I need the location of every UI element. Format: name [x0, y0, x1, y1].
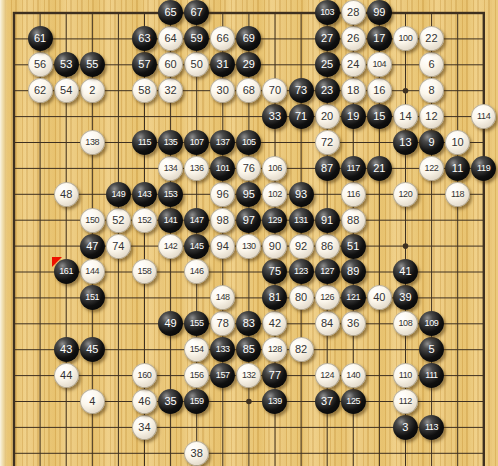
stone-number: 71: [295, 111, 307, 122]
stone-number: 50: [191, 59, 203, 70]
stone-number: 99: [373, 7, 385, 18]
stone-number: 109: [425, 319, 439, 328]
stone-number: 113: [425, 423, 438, 432]
stone-106: 106: [262, 156, 287, 181]
stone-number: 122: [425, 164, 439, 173]
stone-149: 149: [106, 182, 131, 207]
stone-number: 19: [347, 111, 359, 122]
stone-number: 146: [190, 267, 204, 276]
stone-71: 71: [289, 104, 314, 129]
stone-74: 74: [106, 234, 131, 259]
stone-number: 61: [34, 33, 46, 44]
stone-67: 67: [184, 0, 209, 25]
stone-number: 28: [347, 7, 359, 18]
stone-number: 39: [399, 292, 411, 303]
stone-57: 57: [132, 52, 157, 77]
stone-number: 161: [59, 267, 73, 276]
stone-number: 77: [269, 370, 281, 381]
stone-number: 152: [138, 216, 152, 225]
stone-107: 107: [184, 130, 209, 155]
stone-126: 126: [315, 285, 340, 310]
stone-119: 119: [471, 156, 496, 181]
stone-number: 123: [294, 267, 308, 276]
stone-number: 13: [399, 137, 411, 148]
stone-86: 86: [315, 234, 340, 259]
stone-62: 62: [28, 78, 53, 103]
stone-number: 136: [190, 164, 204, 173]
stone-number: 58: [138, 85, 150, 96]
stone-number: 6: [428, 59, 434, 70]
stone-number: 156: [190, 371, 204, 380]
stone-number: 91: [321, 215, 333, 226]
stone-number: 143: [138, 190, 152, 199]
stone-number: 110: [399, 371, 412, 380]
stone-42: 42: [262, 311, 287, 336]
stone-125: 125: [341, 389, 366, 414]
stone-58: 58: [132, 78, 157, 103]
stone-number: 72: [321, 137, 333, 148]
stone-number: 145: [190, 242, 204, 251]
stone-22: 22: [419, 26, 444, 51]
stone-130: 130: [236, 234, 261, 259]
stone-48: 48: [54, 182, 79, 207]
stone-number: 76: [243, 163, 255, 174]
stone-number: 15: [373, 111, 385, 122]
stone-number: 47: [86, 241, 98, 252]
stone-150: 150: [80, 208, 105, 233]
stone-number: 48: [60, 189, 72, 200]
stone-number: 86: [321, 241, 333, 252]
stone-21: 21: [367, 156, 392, 181]
stone-124: 124: [315, 363, 340, 388]
stone-29: 29: [236, 52, 261, 77]
stone-number: 153: [164, 190, 178, 199]
stone-3: 3: [393, 415, 418, 440]
stone-number: 84: [321, 318, 333, 329]
stone-68: 68: [236, 78, 261, 103]
stone-number: 120: [398, 190, 412, 199]
stone-96: 96: [210, 182, 235, 207]
stone-number: 149: [111, 190, 125, 199]
stone-number: 93: [295, 189, 307, 200]
stone-number: 111: [425, 371, 437, 380]
stone-82: 82: [289, 337, 314, 362]
stone-number: 74: [112, 241, 124, 252]
stone-number: 132: [242, 371, 256, 380]
stone-number: 68: [243, 85, 255, 96]
stone-number: 140: [346, 371, 360, 380]
stone-138: 138: [80, 130, 105, 155]
stone-147: 147: [184, 208, 209, 233]
stone-number: 108: [398, 319, 412, 328]
go-kifu-screenshot: 2345689101112131415161718192021222324252…: [0, 0, 498, 466]
stone-66: 66: [210, 26, 235, 51]
stone-92: 92: [289, 234, 314, 259]
stone-36: 36: [341, 311, 366, 336]
stone-number: 160: [138, 371, 152, 380]
stone-number: 134: [164, 164, 178, 173]
stone-137: 137: [210, 130, 235, 155]
stone-number: 70: [269, 85, 281, 96]
stone-number: 8: [428, 85, 434, 96]
board-left-edge: [0, 0, 7, 466]
stone-number: 98: [217, 215, 229, 226]
stone-number: 107: [190, 138, 204, 147]
stone-88: 88: [341, 208, 366, 233]
stone-54: 54: [54, 78, 79, 103]
stone-116: 116: [341, 182, 366, 207]
stone-number: 67: [191, 7, 203, 18]
stone-43: 43: [54, 337, 79, 362]
stone-12: 12: [419, 104, 444, 129]
stone-8: 8: [419, 78, 444, 103]
stone-39: 39: [393, 285, 418, 310]
stone-number: 106: [268, 164, 282, 173]
stone-75: 75: [262, 259, 287, 284]
stone-number: 102: [268, 190, 282, 199]
stone-14: 14: [393, 104, 418, 129]
stone-56: 56: [28, 52, 53, 77]
stone-85: 85: [236, 337, 261, 362]
stone-number: 30: [217, 85, 229, 96]
stone-number: 133: [216, 345, 230, 354]
stone-number: 83: [243, 318, 255, 329]
stone-number: 154: [190, 345, 204, 354]
stone-152: 152: [132, 208, 157, 233]
stone-number: 155: [190, 319, 204, 328]
stone-76: 76: [236, 156, 261, 181]
stone-number: 92: [295, 241, 307, 252]
stone-number: 131: [294, 216, 308, 225]
stone-24: 24: [341, 52, 366, 77]
stone-number: 11: [452, 163, 463, 174]
stone-154: 154: [184, 337, 209, 362]
stone-141: 141: [158, 208, 183, 233]
stone-136: 136: [184, 156, 209, 181]
stone-122: 122: [419, 156, 444, 181]
stone-number: 157: [216, 371, 230, 380]
stone-26: 26: [341, 26, 366, 51]
stone-37: 37: [315, 389, 340, 414]
stone-number: 137: [216, 138, 230, 147]
stone-number: 88: [347, 215, 359, 226]
stone-159: 159: [184, 389, 209, 414]
stone-number: 41: [399, 266, 411, 277]
stone-number: 144: [85, 267, 99, 276]
go-board[interactable]: 2345689101112131415161718192021222324252…: [0, 0, 498, 466]
stone-161: 161: [54, 259, 79, 284]
stone-34: 34: [132, 415, 157, 440]
stone-16: 16: [367, 78, 392, 103]
stone-number: 117: [347, 164, 360, 173]
stone-number: 139: [268, 397, 282, 406]
stone-number: 20: [321, 111, 333, 122]
stone-number: 90: [269, 241, 281, 252]
stone-30: 30: [210, 78, 235, 103]
stone-17: 17: [367, 26, 392, 51]
stone-110: 110: [393, 363, 418, 388]
stone-number: 80: [295, 292, 307, 303]
stone-number: 64: [164, 33, 176, 44]
stone-133: 133: [210, 337, 235, 362]
stone-number: 124: [320, 371, 334, 380]
stone-63: 63: [132, 26, 157, 51]
stone-23: 23: [315, 78, 340, 103]
stone-134: 134: [158, 156, 183, 181]
stone-number: 9: [428, 137, 434, 148]
stone-number: 151: [85, 293, 99, 302]
stone-6: 6: [419, 52, 444, 77]
stone-number: 62: [34, 85, 46, 96]
stone-number: 127: [320, 267, 334, 276]
stone-127: 127: [315, 259, 340, 284]
stone-number: 125: [346, 397, 360, 406]
stone-142: 142: [158, 234, 183, 259]
stone-number: 55: [86, 59, 98, 70]
stone-73: 73: [289, 78, 314, 103]
stone-number: 112: [399, 397, 412, 406]
stone-99: 99: [367, 0, 392, 25]
stone-144: 144: [80, 259, 105, 284]
stone-number: 66: [217, 33, 229, 44]
stone-93: 93: [289, 182, 314, 207]
stone-38: 38: [184, 441, 209, 466]
stone-number: 94: [217, 241, 229, 252]
stone-113: 113: [419, 415, 444, 440]
stone-80: 80: [289, 285, 314, 310]
stone-number: 150: [85, 216, 99, 225]
stone-52: 52: [106, 208, 131, 233]
stone-28: 28: [341, 0, 366, 25]
stone-64: 64: [158, 26, 183, 51]
stone-103: 103: [315, 0, 340, 25]
stone-40: 40: [367, 285, 392, 310]
stone-49: 49: [158, 311, 183, 336]
stone-160: 160: [132, 363, 157, 388]
stone-number: 82: [295, 344, 307, 355]
stone-129: 129: [262, 208, 287, 233]
stone-number: 87: [321, 163, 333, 174]
stone-number: 78: [217, 318, 229, 329]
stone-number: 105: [242, 138, 256, 147]
stone-69: 69: [236, 26, 261, 51]
stone-number: 35: [164, 396, 176, 407]
stone-18: 18: [341, 78, 366, 103]
stone-number: 148: [216, 293, 230, 302]
stone-123: 123: [289, 259, 314, 284]
stone-number: 49: [164, 318, 176, 329]
stone-2: 2: [80, 78, 105, 103]
stone-35: 35: [158, 389, 183, 414]
stone-number: 45: [86, 344, 98, 355]
stone-number: 4: [89, 396, 95, 407]
stone-77: 77: [262, 363, 287, 388]
stone-15: 15: [367, 104, 392, 129]
stone-20: 20: [315, 104, 340, 129]
stone-number: 21: [373, 163, 385, 174]
stone-number: 24: [347, 59, 359, 70]
stone-9: 9: [419, 130, 444, 155]
stone-146: 146: [184, 259, 209, 284]
stone-number: 38: [191, 448, 203, 459]
stone-13: 13: [393, 130, 418, 155]
stone-number: 10: [451, 137, 463, 148]
stone-81: 81: [262, 285, 287, 310]
stone-87: 87: [315, 156, 340, 181]
stone-number: 114: [477, 112, 490, 121]
stone-94: 94: [210, 234, 235, 259]
stone-11: 11: [445, 156, 470, 181]
stone-number: 54: [60, 85, 72, 96]
stone-number: 85: [243, 344, 255, 355]
stone-4: 4: [80, 389, 105, 414]
stone-50: 50: [184, 52, 209, 77]
stone-27: 27: [315, 26, 340, 51]
stone-number: 142: [164, 242, 178, 251]
stone-number: 17: [373, 33, 385, 44]
stone-number: 23: [321, 85, 333, 96]
stone-132: 132: [236, 363, 261, 388]
last-move-marker: [52, 257, 62, 267]
stone-number: 18: [347, 85, 359, 96]
stone-158: 158: [132, 259, 157, 284]
stone-number: 5: [428, 344, 434, 355]
stone-number: 44: [60, 370, 72, 381]
stone-number: 75: [269, 266, 281, 277]
stone-139: 139: [262, 389, 287, 414]
stone-number: 130: [242, 242, 256, 251]
stone-31: 31: [210, 52, 235, 77]
stone-number: 42: [269, 318, 281, 329]
stone-104: 104: [367, 52, 392, 77]
stone-33: 33: [262, 104, 287, 129]
stone-5: 5: [419, 337, 444, 362]
stone-number: 138: [85, 138, 99, 147]
stone-number: 96: [217, 189, 229, 200]
stone-number: 3: [402, 422, 408, 433]
stone-number: 22: [425, 33, 437, 44]
stone-number: 119: [477, 164, 490, 173]
stone-60: 60: [158, 52, 183, 77]
stone-118: 118: [445, 182, 470, 207]
stone-115: 115: [132, 130, 157, 155]
stone-number: 60: [164, 59, 176, 70]
stone-19: 19: [341, 104, 366, 129]
stone-140: 140: [341, 363, 366, 388]
stone-number: 40: [373, 292, 385, 303]
stone-53: 53: [54, 52, 79, 77]
stone-111: 111: [419, 363, 444, 388]
stone-61: 61: [28, 26, 53, 51]
stone-109: 109: [419, 311, 444, 336]
stone-number: 29: [243, 59, 255, 70]
stone-number: 52: [112, 215, 124, 226]
stone-number: 73: [295, 85, 307, 96]
stone-143: 143: [132, 182, 157, 207]
stone-102: 102: [262, 182, 287, 207]
stone-number: 12: [425, 111, 437, 122]
stone-number: 141: [164, 216, 178, 225]
stone-number: 128: [268, 345, 282, 354]
stone-46: 46: [132, 389, 157, 414]
stone-112: 112: [393, 389, 418, 414]
stone-131: 131: [289, 208, 314, 233]
stone-number: 103: [320, 8, 334, 17]
stone-91: 91: [315, 208, 340, 233]
stone-number: 57: [138, 59, 150, 70]
stone-120: 120: [393, 182, 418, 207]
stone-51: 51: [341, 234, 366, 259]
stone-59: 59: [184, 26, 209, 51]
stone-number: 159: [190, 397, 204, 406]
stone-number: 33: [269, 111, 281, 122]
stone-number: 100: [398, 34, 412, 43]
stone-number: 158: [138, 267, 152, 276]
stone-number: 37: [321, 396, 333, 407]
stone-number: 89: [347, 266, 359, 277]
stone-number: 26: [347, 33, 359, 44]
stone-number: 31: [217, 59, 229, 70]
stone-65: 65: [158, 0, 183, 25]
stone-number: 118: [451, 190, 464, 199]
stone-98: 98: [210, 208, 235, 233]
stone-100: 100: [393, 26, 418, 51]
stone-number: 14: [399, 111, 411, 122]
stone-153: 153: [158, 182, 183, 207]
stone-95: 95: [236, 182, 261, 207]
stone-number: 129: [268, 216, 282, 225]
stone-number: 46: [138, 396, 150, 407]
stone-number: 51: [347, 241, 359, 252]
stone-number: 81: [269, 292, 281, 303]
stone-number: 101: [216, 164, 230, 173]
stone-number: 63: [138, 33, 150, 44]
stone-78: 78: [210, 311, 235, 336]
stone-number: 43: [60, 344, 72, 355]
stone-117: 117: [341, 156, 366, 181]
stone-148: 148: [210, 285, 235, 310]
stone-121: 121: [341, 285, 366, 310]
stone-128: 128: [262, 337, 287, 362]
stone-155: 155: [184, 311, 209, 336]
stone-number: 59: [191, 33, 203, 44]
stone-number: 69: [243, 33, 255, 44]
stone-157: 157: [210, 363, 235, 388]
stone-number: 65: [164, 7, 176, 18]
stone-44: 44: [54, 363, 79, 388]
stone-number: 34: [138, 422, 150, 433]
stone-55: 55: [80, 52, 105, 77]
stone-number: 16: [373, 85, 385, 96]
stone-32: 32: [158, 78, 183, 103]
stone-41: 41: [393, 259, 418, 284]
stone-number: 104: [372, 60, 386, 69]
stone-108: 108: [393, 311, 418, 336]
stone-number: 36: [347, 318, 359, 329]
stone-number: 126: [320, 293, 334, 302]
stone-number: 147: [190, 216, 204, 225]
stone-number: 32: [164, 85, 176, 96]
stone-105: 105: [236, 130, 261, 155]
stone-number: 121: [346, 293, 360, 302]
stone-72: 72: [315, 130, 340, 155]
stone-number: 95: [243, 189, 255, 200]
stone-number: 27: [321, 33, 333, 44]
stone-151: 151: [80, 285, 105, 310]
stone-number: 53: [60, 59, 72, 70]
stone-114: 114: [471, 104, 496, 129]
stone-25: 25: [315, 52, 340, 77]
